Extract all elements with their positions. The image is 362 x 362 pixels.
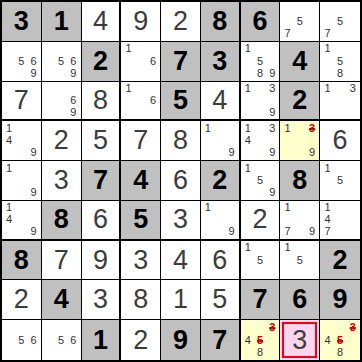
sudoku-cell-r5c9[interactable]: 15 [320, 161, 360, 201]
sudoku-cell-r8c1[interactable]: 2 [2, 280, 42, 320]
sudoku-cell-r1c7[interactable]: 6 [241, 2, 281, 42]
candidate-3: 3 [266, 83, 278, 95]
candidate-9: 9 [306, 226, 318, 238]
candidate-grid: 159 [241, 161, 280, 200]
candidate-9: 9 [28, 147, 40, 159]
sudoku-cell-r7c5[interactable]: 4 [161, 241, 201, 281]
candidate-slot-empty [321, 94, 334, 106]
candidate-slot-empty [135, 43, 147, 55]
candidate-slot-empty [122, 94, 134, 106]
candidate-slot-empty [306, 242, 318, 254]
candidate-slot-empty [43, 43, 55, 55]
candidate-9: 9 [67, 106, 79, 118]
sudoku-cell-r6c8[interactable]: 179 [280, 201, 320, 241]
candidate-slot-empty [242, 94, 254, 106]
sudoku-cell-r9c6[interactable]: 7 [201, 320, 241, 360]
struck-candidate-5: 5 [334, 334, 347, 347]
candidate-slot-empty [242, 55, 254, 67]
candidate-slot-empty [202, 226, 214, 238]
sudoku-cell-r8c8[interactable]: 6 [280, 280, 320, 320]
candidate-slot-empty [321, 174, 334, 186]
sudoku-cell-r7c2[interactable]: 7 [42, 241, 82, 281]
candidate-grid: 158 [320, 42, 360, 81]
candidate-9: 9 [67, 67, 79, 79]
candidate-slot-empty [321, 346, 334, 359]
candidate-slot-empty [226, 214, 238, 226]
candidate-slot-empty [346, 174, 359, 186]
given-digit: 5 [173, 87, 188, 114]
sudoku-cell-r4c5[interactable]: 8 [161, 121, 201, 161]
candidate-slot-empty [334, 214, 347, 226]
candidate-grid: 3458 [241, 320, 280, 360]
sudoku-cell-r2c4[interactable]: 16 [121, 42, 161, 82]
candidate-slot-empty [346, 162, 359, 174]
candidate-slot-empty [135, 67, 147, 79]
sudoku-cell-r5c5[interactable]: 6 [161, 161, 201, 201]
candidate-slot-empty [226, 122, 238, 134]
candidate-slot-empty [281, 3, 293, 15]
sudoku-cell-r9c4[interactable]: 2 [121, 320, 161, 360]
candidate-slot-empty [55, 106, 67, 118]
candidate-8: 8 [334, 346, 347, 359]
sudoku-cell-r5c1[interactable]: 19 [2, 161, 42, 201]
sudoku-cell-r9c2[interactable]: 56 [42, 320, 82, 360]
candidate-slot-empty [321, 67, 334, 79]
sudoku-cell-r3c7[interactable]: 139 [241, 82, 281, 122]
solved-digit: 3 [133, 247, 148, 274]
candidate-slot-empty [202, 214, 214, 226]
sudoku-cell-r5c4[interactable]: 4 [121, 161, 161, 201]
candidate-9: 9 [306, 147, 318, 159]
candidate-slot-empty [226, 202, 238, 214]
candidate-slot-empty [294, 147, 306, 159]
candidate-grid: 15 [320, 161, 360, 200]
candidate-slot-empty [346, 94, 359, 106]
solved-digit: 8 [133, 286, 148, 313]
candidate-slot-empty [254, 106, 266, 118]
struck-candidate-3: 3 [346, 321, 359, 334]
candidate-slot-empty [346, 346, 359, 359]
sudoku-cell-r6c4[interactable]: 5 [121, 201, 161, 241]
candidate-5: 5 [254, 174, 266, 186]
sudoku-cell-r6c7[interactable]: 2 [241, 201, 281, 241]
candidate-slot-empty [346, 106, 359, 118]
candidate-slot-empty [334, 226, 347, 238]
candidate-slot-empty [15, 147, 27, 159]
candidate-slot-empty [67, 321, 79, 334]
sudoku-cell-r4c7[interactable]: 1349 [241, 121, 281, 161]
sudoku-cell-r5c3[interactable]: 7 [82, 161, 122, 201]
candidate-slot-empty [294, 135, 306, 147]
sudoku-cell-r7c9[interactable]: 2 [320, 241, 360, 281]
sudoku-cell-r9c8[interactable]: 3 [280, 320, 320, 360]
candidate-grid: 179 [280, 201, 319, 239]
given-digit: 7 [253, 286, 268, 313]
candidate-slot-empty [334, 202, 347, 214]
candidate-slot-empty [334, 28, 347, 40]
candidate-grid: 16 [121, 82, 160, 120]
candidate-slot-empty [281, 266, 293, 278]
sudoku-cell-r2c1[interactable]: 569 [2, 42, 42, 82]
candidate-8: 8 [334, 67, 347, 79]
candidate-slot-empty [294, 122, 306, 134]
candidate-slot-empty [242, 67, 254, 79]
candidate-slot-empty [226, 135, 238, 147]
candidate-6: 6 [28, 334, 40, 347]
given-digit: 2 [212, 167, 227, 194]
sudoku-cell-r8c3[interactable]: 3 [82, 280, 122, 320]
candidate-4: 4 [321, 214, 334, 226]
sudoku-cell-r3c1[interactable]: 7 [2, 82, 42, 122]
candidate-slot-empty [3, 321, 15, 334]
candidate-slot-empty [15, 43, 27, 55]
candidate-slot-empty [214, 122, 226, 134]
candidate-4: 4 [3, 214, 15, 226]
candidate-9: 9 [266, 67, 278, 79]
candidate-slot-empty [242, 346, 254, 359]
sudoku-cell-r7c6[interactable]: 6 [201, 241, 241, 281]
candidate-slot-empty [214, 135, 226, 147]
candidate-grid: 15 [241, 241, 280, 280]
given-digit: 6 [253, 8, 268, 35]
struck-candidate-3: 3 [306, 122, 318, 134]
sudoku-cell-r8c7[interactable]: 7 [241, 280, 281, 320]
candidate-slot-empty [242, 266, 254, 278]
candidate-slot-empty [3, 346, 15, 359]
candidate-6: 6 [147, 94, 159, 106]
sudoku-cell-r1c2[interactable]: 1 [42, 2, 82, 42]
candidate-slot-empty [202, 147, 214, 159]
solved-digit: 9 [133, 8, 148, 35]
sudoku-cell-r3c9[interactable]: 13 [320, 82, 360, 122]
candidate-slot-empty [55, 43, 67, 55]
candidate-slot-empty [306, 202, 318, 214]
given-digit: 7 [212, 327, 227, 354]
candidate-slot-empty [15, 226, 27, 238]
candidate-5: 5 [55, 334, 67, 347]
sudoku-cell-r6c1[interactable]: 149 [2, 201, 42, 241]
sudoku-cell-r2c2[interactable]: 569 [42, 42, 82, 82]
candidate-slot-empty [242, 187, 254, 199]
candidate-5: 5 [254, 254, 266, 266]
candidate-slot-empty [346, 187, 359, 199]
candidate-slot-empty [346, 226, 359, 238]
candidate-slot-empty [321, 55, 334, 67]
sudoku-cell-r9c1[interactable]: 56 [2, 320, 42, 360]
solved-digit: 6 [212, 247, 227, 274]
given-digit: 7 [173, 48, 188, 75]
sudoku-cell-r6c9[interactable]: 147 [320, 201, 360, 241]
candidate-slot-empty [43, 321, 55, 334]
solved-digit: 3 [54, 167, 69, 194]
candidate-slot-empty [294, 28, 306, 40]
candidate-1: 1 [321, 202, 334, 214]
candidate-9: 9 [226, 226, 238, 238]
candidate-slot-empty [15, 67, 27, 79]
candidate-slot-empty [214, 202, 226, 214]
given-digit: 4 [133, 167, 148, 194]
candidate-slot-empty [122, 67, 134, 79]
sudoku-cell-r3c3[interactable]: 8 [82, 82, 122, 122]
candidate-slot-empty [254, 187, 266, 199]
sudoku-cell-r1c9[interactable]: 57 [320, 2, 360, 42]
candidate-slot-empty [214, 147, 226, 159]
candidate-grid: 569 [2, 42, 41, 81]
struck-candidate-3: 3 [266, 321, 278, 334]
candidate-slot-empty [281, 254, 293, 266]
candidate-1: 1 [242, 43, 254, 55]
candidate-slot-empty [3, 334, 15, 347]
given-digit: 8 [14, 247, 29, 274]
sudoku-cell-r3c8[interactable]: 2 [280, 82, 320, 122]
sudoku-cell-r6c6[interactable]: 19 [201, 201, 241, 241]
candidate-slot-empty [28, 174, 40, 186]
given-digit: 2 [292, 87, 307, 114]
sudoku-cell-r5c2[interactable]: 3 [42, 161, 82, 201]
given-digit: 8 [292, 167, 307, 194]
candidate-slot-empty [346, 43, 359, 55]
candidate-slot-empty [43, 346, 55, 359]
solved-digit: 6 [173, 167, 188, 194]
candidate-1: 1 [202, 122, 214, 134]
sudoku-cell-r1c5[interactable]: 2 [161, 2, 201, 42]
candidate-slot-empty [28, 162, 40, 174]
candidate-slot-empty [28, 122, 40, 134]
solved-digit: 4 [173, 247, 188, 274]
candidate-slot-empty [43, 334, 55, 347]
candidate-slot-empty [28, 43, 40, 55]
candidate-slot-empty [281, 15, 293, 27]
solved-digit: 5 [93, 127, 108, 154]
solved-digit: 3 [173, 206, 188, 233]
solved-digit: 6 [93, 206, 108, 233]
candidate-slot-empty [321, 106, 334, 118]
candidate-slot-empty [294, 214, 306, 226]
sudoku-cell-r9c5[interactable]: 9 [161, 320, 201, 360]
candidate-slot-empty [28, 202, 40, 214]
candidate-slot-empty [15, 187, 27, 199]
candidate-slot-empty [3, 174, 15, 186]
sudoku-cell-r6c3[interactable]: 6 [82, 201, 122, 241]
candidate-slot-empty [67, 43, 79, 55]
sudoku-cell-r2c6[interactable]: 3 [201, 42, 241, 82]
sudoku-cell-r3c2[interactable]: 69 [42, 82, 82, 122]
sudoku-cell-r9c3[interactable]: 1 [82, 320, 122, 360]
candidate-slot-empty [202, 135, 214, 147]
sudoku-cell-r2c3[interactable]: 2 [82, 42, 122, 82]
candidate-grid: 1349 [241, 121, 280, 160]
candidate-slot-empty [55, 321, 67, 334]
candidate-slot-empty [55, 346, 67, 359]
given-digit: 6 [292, 286, 307, 313]
sudoku-cell-r6c2[interactable]: 8 [42, 201, 82, 241]
candidate-1: 1 [321, 83, 334, 95]
candidate-slot-empty [346, 28, 359, 40]
candidate-4: 4 [242, 334, 254, 347]
candidate-6: 6 [67, 55, 79, 67]
candidate-slot-empty [266, 94, 278, 106]
struck-candidate-5: 5 [254, 334, 266, 347]
candidate-grid: 3458 [320, 320, 360, 360]
candidate-grid: 13 [320, 82, 360, 120]
given-digit: 9 [333, 286, 348, 313]
sudoku-cell-r1c6[interactable]: 8 [201, 2, 241, 42]
candidate-slot-empty [214, 226, 226, 238]
candidate-3: 3 [266, 122, 278, 134]
given-digit: 1 [54, 8, 69, 35]
solved-digit: 2 [173, 8, 188, 35]
sudoku-cell-r4c6[interactable]: 19 [201, 121, 241, 161]
candidate-slot-empty [242, 254, 254, 266]
sudoku-cell-r2c5[interactable]: 7 [161, 42, 201, 82]
sudoku-cell-r1c8[interactable]: 57 [280, 2, 320, 42]
candidate-1: 1 [321, 43, 334, 55]
sudoku-cell-r7c4[interactable]: 3 [121, 241, 161, 281]
sudoku-cell-r4c8[interactable]: 139 [280, 121, 320, 161]
candidate-grid: 1589 [241, 42, 280, 81]
sudoku-cell-r5c7[interactable]: 159 [241, 161, 281, 201]
candidate-slot-empty [254, 43, 266, 55]
sudoku-cell-r2c7[interactable]: 1589 [241, 42, 281, 82]
solved-digit: 9 [93, 247, 108, 274]
candidate-slot-empty [294, 3, 306, 15]
candidate-slot-empty [266, 242, 278, 254]
sudoku-cell-r5c6[interactable]: 2 [201, 161, 241, 201]
sudoku-cell-r2c8[interactable]: 4 [280, 42, 320, 82]
solved-digit: 6 [333, 127, 348, 154]
sudoku-cell-r3c5[interactable]: 5 [161, 82, 201, 122]
candidate-slot-empty [294, 242, 306, 254]
placed-digit: 3 [292, 327, 307, 354]
candidate-grid: 56 [42, 320, 81, 360]
given-digit: 5 [133, 206, 148, 233]
candidate-slot-empty [242, 147, 254, 159]
candidate-slot-empty [15, 162, 27, 174]
candidate-slot-empty [346, 334, 359, 347]
sudoku-cell-r7c1[interactable]: 8 [2, 241, 42, 281]
candidate-slot-empty [135, 55, 147, 67]
candidate-slot-empty [254, 122, 266, 134]
sudoku-cell-r1c3[interactable]: 4 [82, 2, 122, 42]
sudoku-cell-r9c7[interactable]: 3458 [241, 320, 281, 360]
candidate-5: 5 [334, 15, 347, 27]
candidate-slot-empty [3, 55, 15, 67]
sudoku-cell-r3c4[interactable]: 16 [121, 82, 161, 122]
sudoku-cell-r1c4[interactable]: 9 [121, 2, 161, 42]
given-digit: 8 [212, 8, 227, 35]
sudoku-cell-r5c8[interactable]: 8 [280, 161, 320, 201]
solved-digit: 3 [93, 286, 108, 313]
candidate-slot-empty [334, 3, 347, 15]
candidate-slot-empty [28, 346, 40, 359]
candidate-slot-empty [3, 67, 15, 79]
candidate-slot-empty [306, 135, 318, 147]
candidate-5: 5 [254, 55, 266, 67]
sudoku-cell-r4c4[interactable]: 7 [121, 121, 161, 161]
solved-digit: 7 [133, 127, 148, 154]
sudoku-cell-r8c5[interactable]: 1 [161, 280, 201, 320]
candidate-slot-empty [3, 43, 15, 55]
sudoku-cell-r4c9[interactable]: 6 [320, 121, 360, 161]
solved-digit: 8 [173, 127, 188, 154]
sudoku-cell-r4c1[interactable]: 149 [2, 121, 42, 161]
candidate-slot-empty [242, 174, 254, 186]
candidate-slot-empty [346, 67, 359, 79]
sudoku-cell-r7c7[interactable]: 15 [241, 241, 281, 281]
sudoku-cell-r6c5[interactable]: 3 [161, 201, 201, 241]
candidate-4: 4 [321, 334, 334, 347]
candidate-1: 1 [242, 83, 254, 95]
candidate-8: 8 [254, 67, 266, 79]
sudoku-cell-r7c8[interactable]: 15 [280, 241, 320, 281]
candidate-slot-empty [3, 187, 15, 199]
candidate-slot-empty [306, 254, 318, 266]
candidate-6: 6 [147, 55, 159, 67]
candidate-slot-empty [254, 83, 266, 95]
candidate-slot-empty [306, 214, 318, 226]
sudoku-cell-r3c6[interactable]: 4 [201, 82, 241, 122]
candidate-slot-empty [135, 94, 147, 106]
sudoku-cell-r4c3[interactable]: 5 [82, 121, 122, 161]
sudoku-cell-r4c2[interactable]: 2 [42, 121, 82, 161]
candidate-grid: 19 [2, 161, 41, 200]
candidate-slot-empty [15, 214, 27, 226]
sudoku-cell-r8c9[interactable]: 9 [320, 280, 360, 320]
sudoku-cell-r9c9[interactable]: 3458 [320, 320, 360, 360]
candidate-slot-empty [266, 334, 278, 347]
sudoku-cell-r8c4[interactable]: 8 [121, 280, 161, 320]
solved-digit: 2 [133, 327, 148, 354]
candidate-1: 1 [122, 43, 134, 55]
candidate-1: 1 [202, 202, 214, 214]
candidate-7: 7 [321, 226, 334, 238]
sudoku-cell-r1c1[interactable]: 3 [2, 2, 42, 42]
given-digit: 2 [333, 247, 348, 274]
sudoku-cell-r8c6[interactable]: 5 [201, 280, 241, 320]
candidate-9: 9 [28, 226, 40, 238]
candidate-slot-empty [281, 135, 293, 147]
candidate-slot-empty [254, 162, 266, 174]
candidate-slot-empty [294, 202, 306, 214]
candidate-grid: 139 [280, 121, 319, 160]
candidate-slot-empty [266, 43, 278, 55]
given-digit: 9 [173, 327, 188, 354]
candidate-slot-empty [346, 3, 359, 15]
sudoku-cell-r7c3[interactable]: 9 [82, 241, 122, 281]
candidate-slot-empty [254, 321, 266, 334]
candidate-slot-empty [15, 174, 27, 186]
candidate-grid: 19 [201, 201, 239, 239]
candidate-1: 1 [321, 162, 334, 174]
candidate-7: 7 [281, 28, 293, 40]
candidate-slot-empty [43, 94, 55, 106]
given-digit: 2 [93, 48, 108, 75]
sudoku-cell-r2c9[interactable]: 158 [320, 42, 360, 82]
candidate-slot-empty [334, 321, 347, 334]
candidate-slot-empty [43, 106, 55, 118]
given-digit: 4 [292, 48, 307, 75]
candidate-slot-empty [334, 94, 347, 106]
candidate-9: 9 [266, 187, 278, 199]
candidate-slot-empty [266, 346, 278, 359]
candidate-slot-empty [3, 226, 15, 238]
candidate-9: 9 [28, 187, 40, 199]
solved-digit: 5 [212, 286, 227, 313]
candidate-slot-empty [135, 83, 147, 95]
candidate-grid: 56 [2, 320, 41, 360]
candidate-slot-empty [334, 43, 347, 55]
sudoku-cell-r8c2[interactable]: 4 [42, 280, 82, 320]
